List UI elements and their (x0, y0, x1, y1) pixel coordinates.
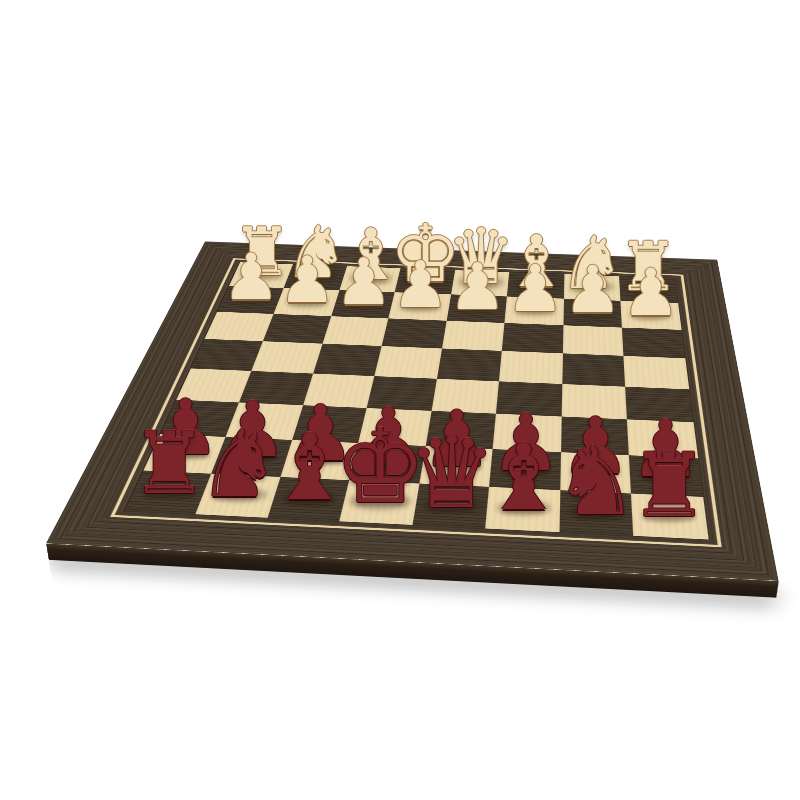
piece-black-rook-a8[interactable]: ♜ (630, 442, 709, 530)
piece-white-pawn-b2[interactable]: ♟ (564, 259, 622, 324)
knight-icon: ♞ (554, 433, 639, 528)
rook-icon: ♜ (130, 420, 207, 506)
piece-black-rook-h8[interactable]: ♜ (130, 420, 207, 506)
piece-white-pawn-g2[interactable]: ♟ (279, 248, 336, 312)
pawn-icon: ♟ (392, 253, 450, 317)
pieces-layer: ♜♞♝♚♛♝♞♜♟♟♟♟♟♟♟♟♟♟♟♟♟♟♟♟♜♞♝♚♛♝♞♜ (0, 0, 800, 800)
bishop-icon: ♝ (482, 432, 565, 524)
pawn-icon: ♟ (622, 261, 680, 326)
rook-icon: ♜ (630, 442, 709, 530)
piece-white-pawn-h2[interactable]: ♟ (223, 246, 280, 310)
pawn-icon: ♟ (449, 255, 507, 320)
piece-white-pawn-d2[interactable]: ♟ (449, 255, 507, 320)
piece-black-bishop-c8[interactable]: ♝ (482, 432, 565, 524)
pawn-icon: ♟ (335, 251, 393, 315)
piece-white-pawn-c2[interactable]: ♟ (506, 257, 564, 322)
pawn-icon: ♟ (564, 259, 622, 324)
product-photo-stage: ♜♞♝♚♛♝♞♜♟♟♟♟♟♟♟♟♟♟♟♟♟♟♟♟♜♞♝♚♛♝♞♜ (0, 0, 800, 800)
piece-white-pawn-f2[interactable]: ♟ (335, 251, 393, 315)
pawn-icon: ♟ (279, 248, 336, 312)
piece-white-pawn-e2[interactable]: ♟ (392, 253, 450, 317)
piece-white-pawn-a2[interactable]: ♟ (622, 261, 680, 326)
pawn-icon: ♟ (506, 257, 564, 322)
piece-black-knight-b8[interactable]: ♞ (554, 433, 639, 528)
pawn-icon: ♟ (223, 246, 280, 310)
